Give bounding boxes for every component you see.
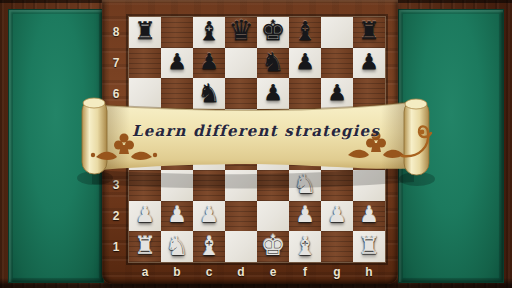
square-d2[interactable] [225, 201, 257, 232]
piece-black-n-c6[interactable]: ♞ [197, 80, 220, 106]
square-g7[interactable] [321, 48, 353, 79]
piece-black-p-f7[interactable]: ♟ [295, 51, 315, 73]
square-h5[interactable] [353, 109, 385, 140]
square-e1[interactable]: ♚ [257, 231, 289, 262]
square-e3[interactable] [257, 170, 289, 201]
square-d1[interactable] [225, 231, 257, 262]
piece-white-p-f2[interactable]: ♟ [295, 204, 315, 226]
square-f6[interactable] [289, 78, 321, 109]
square-d5[interactable] [225, 109, 257, 140]
square-g5[interactable] [321, 109, 353, 140]
square-c1[interactable]: ♝ [193, 231, 225, 262]
square-d3[interactable] [225, 170, 257, 201]
piece-white-n-f3[interactable]: ♞ [293, 171, 316, 197]
square-c4[interactable] [193, 140, 225, 171]
rank-label-8: 8 [105, 17, 127, 48]
square-h4[interactable] [353, 140, 385, 171]
square-d6[interactable] [225, 78, 257, 109]
square-e2[interactable] [257, 201, 289, 232]
square-e5[interactable] [257, 109, 289, 140]
piece-black-b-f8[interactable]: ♝ [293, 18, 316, 44]
square-g2[interactable]: ♟ [321, 201, 353, 232]
square-a3[interactable] [129, 170, 161, 201]
square-f8[interactable]: ♝ [289, 17, 321, 48]
piece-black-r-h8[interactable]: ♜ [358, 19, 380, 43]
square-a4[interactable] [129, 140, 161, 171]
file-label-c: c [193, 262, 225, 281]
square-e6[interactable]: ♟ [257, 78, 289, 109]
file-labels: abcdefgh [129, 262, 385, 281]
square-b2[interactable]: ♟ [161, 201, 193, 232]
piece-white-n-b1[interactable]: ♞ [165, 233, 188, 259]
square-e4[interactable] [257, 140, 289, 171]
rank-label-5: 5 [105, 109, 127, 140]
piece-white-k-e1[interactable]: ♚ [260, 232, 285, 260]
piece-white-r-h1[interactable]: ♜ [358, 234, 380, 258]
square-e7[interactable]: ♞ [257, 48, 289, 79]
file-label-g: g [321, 262, 353, 281]
piece-black-n-e7[interactable]: ♞ [261, 49, 284, 75]
square-b5[interactable] [161, 109, 193, 140]
square-c8[interactable]: ♝ [193, 17, 225, 48]
piece-white-p-b2[interactable]: ♟ [167, 204, 187, 226]
piece-white-p-d4[interactable]: ♟ [231, 143, 251, 165]
square-f5[interactable] [289, 109, 321, 140]
square-d8[interactable]: ♛ [225, 17, 257, 48]
square-g8[interactable] [321, 17, 353, 48]
square-d7[interactable] [225, 48, 257, 79]
square-a5[interactable] [129, 109, 161, 140]
square-b3[interactable] [161, 170, 193, 201]
rank-label-4: 4 [105, 140, 127, 171]
piece-black-r-a8[interactable]: ♜ [134, 19, 156, 43]
right-felt-panel [398, 9, 504, 283]
left-felt-panel [8, 9, 104, 283]
rank-label-7: 7 [105, 48, 127, 79]
square-h8[interactable]: ♜ [353, 17, 385, 48]
square-g1[interactable] [321, 231, 353, 262]
file-label-e: e [257, 262, 289, 281]
piece-black-b-c8[interactable]: ♝ [197, 18, 220, 44]
rank-label-3: 3 [105, 170, 127, 201]
square-c2[interactable]: ♟ [193, 201, 225, 232]
chess-board: ♜♝♛♚♝♜♟♟♞♟♟♞♟♟♟♞♟♟♟♟♟♟♜♞♝♚♝♜ [129, 17, 385, 262]
rank-label-2: 2 [105, 201, 127, 232]
square-g4[interactable] [321, 140, 353, 171]
square-a6[interactable] [129, 78, 161, 109]
file-label-d: d [225, 262, 257, 281]
square-c6[interactable]: ♞ [193, 78, 225, 109]
square-h7[interactable]: ♟ [353, 48, 385, 79]
square-b8[interactable] [161, 17, 193, 48]
square-h1[interactable]: ♜ [353, 231, 385, 262]
square-c3[interactable] [193, 170, 225, 201]
piece-black-p-e6[interactable]: ♟ [263, 82, 283, 104]
chess-app-screen: ♜♝♛♚♝♜♟♟♞♟♟♞♟♟♟♞♟♟♟♟♟♟♜♞♝♚♝♜ 87654321 ab… [0, 0, 512, 288]
file-label-a: a [129, 262, 161, 281]
square-a1[interactable]: ♜ [129, 231, 161, 262]
piece-white-b-f1[interactable]: ♝ [293, 233, 316, 259]
rank-label-6: 6 [105, 78, 127, 109]
file-label-b: b [161, 262, 193, 281]
square-e8[interactable]: ♚ [257, 17, 289, 48]
rank-labels: 87654321 [105, 17, 127, 262]
square-g6[interactable]: ♟ [321, 78, 353, 109]
square-f1[interactable]: ♝ [289, 231, 321, 262]
square-f2[interactable]: ♟ [289, 201, 321, 232]
piece-white-b-c1[interactable]: ♝ [197, 233, 220, 259]
square-c7[interactable]: ♟ [193, 48, 225, 79]
square-a7[interactable] [129, 48, 161, 79]
square-b6[interactable] [161, 78, 193, 109]
square-f3[interactable]: ♞ [289, 170, 321, 201]
square-f4[interactable] [289, 140, 321, 171]
square-d4[interactable]: ♟ [225, 140, 257, 171]
rank-label-1: 1 [105, 231, 127, 262]
piece-white-p-h2[interactable]: ♟ [359, 204, 379, 226]
square-h2[interactable]: ♟ [353, 201, 385, 232]
piece-black-q-d8[interactable]: ♛ [228, 17, 253, 45]
piece-black-p-b7[interactable]: ♟ [167, 51, 187, 73]
square-h6[interactable] [353, 78, 385, 109]
piece-black-p-h7[interactable]: ♟ [359, 51, 379, 73]
piece-black-p-c7[interactable]: ♟ [199, 51, 219, 73]
square-a2[interactable]: ♟ [129, 201, 161, 232]
file-label-f: f [289, 262, 321, 281]
square-b1[interactable]: ♞ [161, 231, 193, 262]
file-label-h: h [353, 262, 385, 281]
piece-white-p-c2[interactable]: ♟ [199, 204, 219, 226]
piece-white-r-a1[interactable]: ♜ [134, 234, 156, 258]
piece-black-k-e8[interactable]: ♚ [260, 17, 285, 45]
piece-white-p-g2[interactable]: ♟ [327, 204, 347, 226]
square-f7[interactable]: ♟ [289, 48, 321, 79]
square-b4[interactable] [161, 140, 193, 171]
square-g3[interactable] [321, 170, 353, 201]
piece-black-p-g6[interactable]: ♟ [327, 82, 347, 104]
square-a8[interactable]: ♜ [129, 17, 161, 48]
piece-white-p-a2[interactable]: ♟ [135, 204, 155, 226]
square-h3[interactable] [353, 170, 385, 201]
square-c5[interactable] [193, 109, 225, 140]
square-b7[interactable]: ♟ [161, 48, 193, 79]
